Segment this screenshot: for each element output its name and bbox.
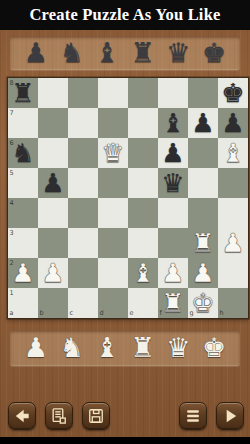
tray-white-queen[interactable]: ♛ — [166, 331, 190, 365]
square-c2[interactable] — [68, 258, 98, 288]
square-e6[interactable] — [128, 138, 158, 168]
square-a6[interactable]: 6♞ — [8, 138, 38, 168]
square-a2[interactable]: 2♟ — [8, 258, 38, 288]
tray-black-king[interactable]: ♚ — [202, 36, 226, 70]
square-e1[interactable]: e — [128, 288, 158, 318]
white-bishop-h6[interactable]: ♝ — [218, 138, 248, 168]
title-bar: Create Puzzle As You Like — [0, 0, 250, 32]
square-c6[interactable] — [68, 138, 98, 168]
square-b8[interactable] — [38, 78, 68, 108]
square-a7[interactable]: 7 — [8, 108, 38, 138]
file-label-h: h — [220, 310, 224, 317]
square-c4[interactable] — [68, 198, 98, 228]
tray-black-queen[interactable]: ♛ — [166, 36, 190, 70]
square-a3[interactable]: 3 — [8, 228, 38, 258]
white-bishop-e2[interactable]: ♝ — [128, 258, 158, 288]
square-h4[interactable] — [218, 198, 248, 228]
white-piece-tray: ♟♞♝♜♛♚ — [10, 330, 240, 366]
square-g5[interactable] — [188, 168, 218, 198]
file-label-f: f — [160, 310, 162, 317]
white-rook-f1[interactable]: ♜ — [158, 288, 188, 318]
tray-black-pawn[interactable]: ♟ — [24, 36, 48, 70]
square-f3[interactable] — [158, 228, 188, 258]
square-f7[interactable]: ♝ — [158, 108, 188, 138]
page-title: Create Puzzle As You Like — [29, 5, 220, 25]
square-a1[interactable]: 1a — [8, 288, 38, 318]
square-g4[interactable] — [188, 198, 218, 228]
square-b4[interactable] — [38, 198, 68, 228]
square-a5[interactable]: 5 — [8, 168, 38, 198]
black-bishop-f7[interactable]: ♝ — [158, 108, 188, 138]
rank-label-1: 1 — [10, 290, 14, 297]
square-d6[interactable]: ♛ — [98, 138, 128, 168]
white-pawn-f2[interactable]: ♟ — [158, 258, 188, 288]
black-king-h8[interactable]: ♚ — [218, 78, 248, 108]
square-h6[interactable]: ♝ — [218, 138, 248, 168]
square-a4[interactable]: 4 — [8, 198, 38, 228]
system-nav-strip — [0, 437, 250, 444]
square-d8[interactable] — [98, 78, 128, 108]
square-f5[interactable]: ♛ — [158, 168, 188, 198]
square-b6[interactable] — [38, 138, 68, 168]
chess-board: 8♜♚7♝♟♟6♞♛♟♝5♟♛43♜♟2♟♟♝♟♟1abcdef♜g♚h — [7, 77, 249, 319]
back-button[interactable] — [8, 402, 36, 430]
square-b7[interactable] — [38, 108, 68, 138]
square-h2[interactable] — [218, 258, 248, 288]
square-c8[interactable] — [68, 78, 98, 108]
square-b1[interactable]: b — [38, 288, 68, 318]
square-f4[interactable] — [158, 198, 188, 228]
file-label-g: g — [190, 310, 194, 317]
list-copy-icon — [49, 406, 69, 426]
square-g7[interactable]: ♟ — [188, 108, 218, 138]
black-pawn-g7[interactable]: ♟ — [188, 108, 218, 138]
rank-label-5: 5 — [10, 170, 14, 177]
black-pawn-b5[interactable]: ♟ — [38, 168, 68, 198]
square-a8[interactable]: 8♜ — [8, 78, 38, 108]
square-g3[interactable]: ♜ — [188, 228, 218, 258]
black-pawn-f6[interactable]: ♟ — [158, 138, 188, 168]
square-d4[interactable] — [98, 198, 128, 228]
square-e5[interactable] — [128, 168, 158, 198]
square-g2[interactable]: ♟ — [188, 258, 218, 288]
square-f8[interactable] — [158, 78, 188, 108]
square-g8[interactable] — [188, 78, 218, 108]
floppy-disk-icon — [86, 406, 106, 426]
square-h7[interactable]: ♟ — [218, 108, 248, 138]
tray-white-king[interactable]: ♚ — [202, 331, 226, 365]
square-c1[interactable]: c — [68, 288, 98, 318]
square-d5[interactable] — [98, 168, 128, 198]
list-button[interactable] — [45, 402, 73, 430]
square-b5[interactable]: ♟ — [38, 168, 68, 198]
rank-label-4: 4 — [10, 200, 14, 207]
white-queen-d6[interactable]: ♛ — [98, 138, 128, 168]
play-triangle-icon — [220, 406, 240, 426]
tray-white-knight[interactable]: ♞ — [59, 331, 83, 365]
square-h3[interactable]: ♟ — [218, 228, 248, 258]
white-rook-g3[interactable]: ♜ — [188, 228, 218, 258]
rank-label-6: 6 — [10, 140, 14, 147]
file-label-b: b — [40, 310, 44, 317]
tray-black-rook[interactable]: ♜ — [131, 36, 155, 70]
square-b2[interactable]: ♟ — [38, 258, 68, 288]
square-e7[interactable] — [128, 108, 158, 138]
square-g6[interactable] — [188, 138, 218, 168]
rank-label-2: 2 — [10, 260, 14, 267]
square-h1[interactable]: h — [218, 288, 248, 318]
play-button[interactable] — [216, 402, 244, 430]
back-arrow-icon — [12, 406, 32, 426]
hamburger-menu-icon — [183, 406, 203, 426]
black-pawn-h7[interactable]: ♟ — [218, 108, 248, 138]
square-d1[interactable]: d — [98, 288, 128, 318]
tray-white-rook[interactable]: ♜ — [131, 331, 155, 365]
tray-white-pawn[interactable]: ♟ — [24, 331, 48, 365]
file-label-e: e — [130, 310, 134, 317]
square-h5[interactable] — [218, 168, 248, 198]
black-queen-f5[interactable]: ♛ — [158, 168, 188, 198]
white-pawn-g2[interactable]: ♟ — [188, 258, 218, 288]
square-e3[interactable] — [128, 228, 158, 258]
tray-black-knight[interactable]: ♞ — [59, 36, 83, 70]
black-piece-tray: ♟♞♝♜♛♚ — [10, 36, 240, 70]
white-pawn-b2[interactable]: ♟ — [38, 258, 68, 288]
square-c3[interactable] — [68, 228, 98, 258]
white-pawn-h3[interactable]: ♟ — [218, 228, 248, 258]
rank-label-8: 8 — [10, 80, 14, 87]
file-label-c: c — [70, 310, 74, 317]
square-d3[interactable] — [98, 228, 128, 258]
square-e2[interactable]: ♝ — [128, 258, 158, 288]
square-b3[interactable] — [38, 228, 68, 258]
square-d2[interactable] — [98, 258, 128, 288]
square-c7[interactable] — [68, 108, 98, 138]
menu-button[interactable] — [179, 402, 207, 430]
save-button[interactable] — [82, 402, 110, 430]
square-h8[interactable]: ♚ — [218, 78, 248, 108]
square-d7[interactable] — [98, 108, 128, 138]
square-f6[interactable]: ♟ — [158, 138, 188, 168]
rank-label-3: 3 — [10, 230, 14, 237]
square-f1[interactable]: f♜ — [158, 288, 188, 318]
rank-label-7: 7 — [10, 110, 14, 117]
square-g1[interactable]: g♚ — [188, 288, 218, 318]
square-e8[interactable] — [128, 78, 158, 108]
square-f2[interactable]: ♟ — [158, 258, 188, 288]
tray-black-bishop[interactable]: ♝ — [95, 36, 119, 70]
file-label-d: d — [100, 310, 104, 317]
tray-white-bishop[interactable]: ♝ — [95, 331, 119, 365]
square-e4[interactable] — [128, 198, 158, 228]
square-c5[interactable] — [68, 168, 98, 198]
file-label-a: a — [10, 310, 14, 317]
